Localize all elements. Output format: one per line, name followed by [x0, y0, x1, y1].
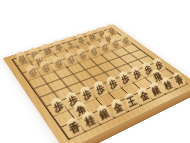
scene: 香桂銀金玉金銀桂香飛角歩歩歩歩歩歩歩歩歩歩歩歩歩歩歩歩歩歩角飛香桂銀金王金銀桂香: [0, 0, 190, 143]
shogi-set-photo: 香桂銀金玉金銀桂香飛角歩歩歩歩歩歩歩歩歩歩歩歩歩歩歩歩歩歩角飛香桂銀金王金銀桂香: [0, 0, 190, 143]
board-grid: 香桂銀金玉金銀桂香飛角歩歩歩歩歩歩歩歩歩歩歩歩歩歩歩歩歩歩角飛香桂銀金王金銀桂香: [11, 28, 188, 140]
shogi-board: 香桂銀金玉金銀桂香飛角歩歩歩歩歩歩歩歩歩歩歩歩歩歩歩歩歩歩角飛香桂銀金王金銀桂香: [3, 24, 190, 143]
